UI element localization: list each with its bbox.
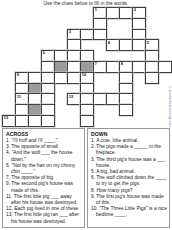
grid-cell[interactable] (119, 39, 133, 51)
clue-number: 1 (95, 8, 97, 12)
grid-cell[interactable]: 12 (67, 93, 81, 105)
clue-number: 2 (134, 8, 136, 12)
grid-cell[interactable] (106, 61, 120, 73)
grid-cell[interactable] (80, 29, 94, 41)
grid-cell[interactable] (67, 72, 81, 84)
crossword-grid: 12345678910111213 (0, 0, 172, 127)
clue: 3. The third pig's house was a ___ house… (91, 157, 167, 169)
grid-cell[interactable] (106, 7, 120, 19)
clue: 6. The wolf climbed down the ____ to try… (91, 175, 167, 187)
clue-number: 10 (82, 73, 86, 77)
across-clues: 1. "I'll huff and I'll ____."3. The oppo… (6, 138, 82, 225)
clue: 13. The first little pig ran ___ after h… (6, 212, 82, 224)
grid-cell[interactable] (41, 115, 55, 127)
grid-cell[interactable]: 7 (93, 61, 107, 73)
grid-cell[interactable] (106, 93, 120, 105)
clue: 2. The pigs made a _____ in the fireplac… (91, 144, 167, 156)
grid-cell[interactable] (54, 72, 68, 84)
grid-cell[interactable] (28, 115, 42, 127)
grid-cell[interactable]: 4 (106, 39, 120, 51)
grid-cell[interactable] (119, 104, 133, 116)
clue: 4. "And the wolf ___ the house down." (6, 150, 82, 162)
down-clues: 1. A cute, little animal.2. The pigs mad… (91, 138, 167, 219)
clue: 6. "Not by the hair on my chinny chin __… (6, 163, 82, 175)
grid-cell[interactable] (93, 93, 107, 105)
grid-cell[interactable] (132, 39, 146, 51)
watermark-text: ©EnchantedLearning.com (168, 86, 172, 126)
grid-cell[interactable] (145, 72, 159, 84)
down-heading: DOWN (91, 131, 167, 138)
clue-number: 8 (121, 62, 123, 66)
clue-number: 3 (69, 30, 71, 34)
grid-cell[interactable] (15, 115, 29, 127)
clue-number: 7 (95, 62, 97, 66)
clue: 9. The first pig's house was made of thi… (91, 194, 167, 206)
grid-cell[interactable]: 13 (2, 115, 16, 127)
across-heading: ACROSS (6, 131, 82, 138)
clue-number: 12 (69, 95, 73, 99)
clue: 11. The first little pig ___ away after … (6, 194, 82, 206)
clue: 10. "The Three Little Pigs" is a nice be… (91, 206, 167, 218)
grid-cell[interactable] (80, 115, 94, 127)
clue: 9. The second pig's house was made of th… (6, 181, 82, 193)
clue-number: 13 (4, 116, 8, 120)
grid-cell[interactable] (93, 29, 107, 41)
down-clue-box: DOWN 1. A cute, little animal.2. The pig… (87, 128, 170, 228)
grid-cell[interactable] (132, 61, 146, 73)
grid-cell[interactable] (158, 61, 172, 73)
clue-number: 4 (108, 41, 110, 45)
grid-cell[interactable] (119, 7, 133, 19)
clue-number: 5 (147, 41, 149, 45)
across-clue-box: ACROSS 1. "I'll huff and I'll ____."3. T… (2, 128, 85, 228)
clue-number: 6 (43, 51, 45, 55)
clue-number: 9 (17, 73, 19, 77)
clue-number: 11 (17, 95, 21, 99)
